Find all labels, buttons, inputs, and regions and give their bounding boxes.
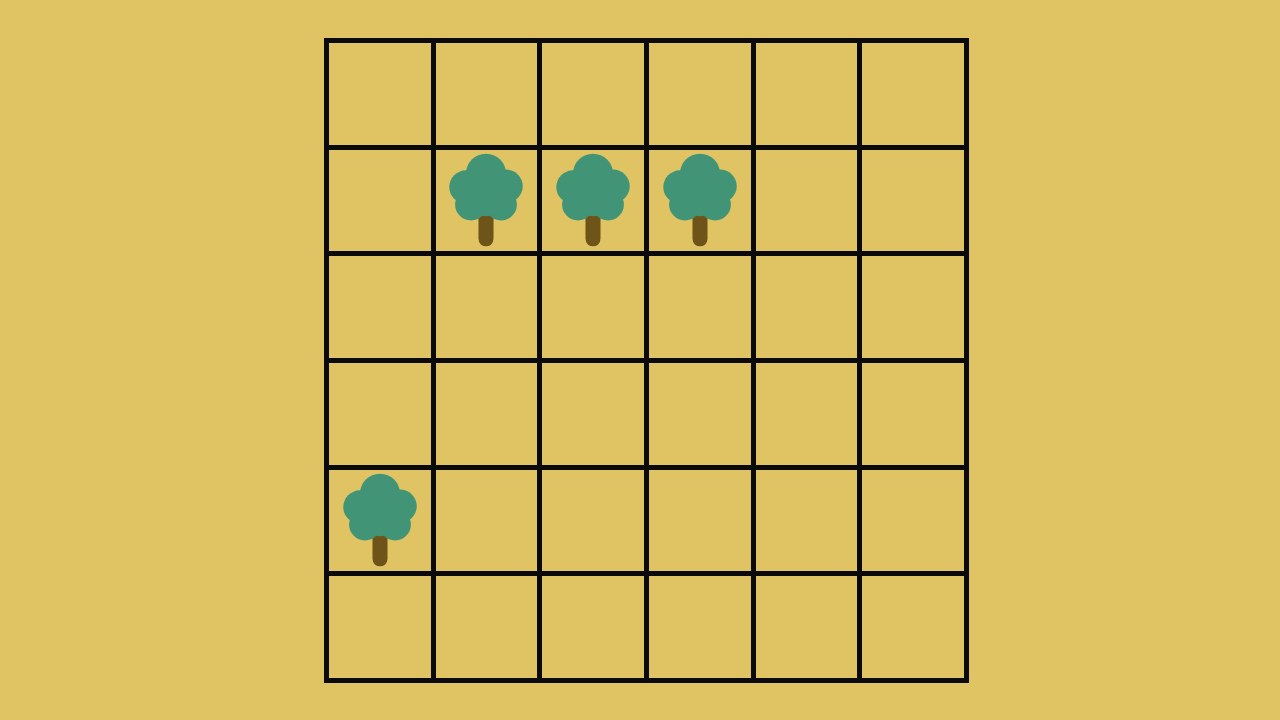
cell-r3c5[interactable] [756,256,858,358]
cell-r4c5[interactable] [756,363,858,465]
cell-r3c2[interactable] [436,256,538,358]
tree-icon [551,152,635,248]
cell-r1c1[interactable] [329,43,431,145]
cell-r3c4[interactable] [649,256,751,358]
cell-r2c6[interactable] [862,150,964,252]
cell-r1c6[interactable] [862,43,964,145]
cell-r3c3[interactable] [542,256,644,358]
cell-r5c2[interactable] [436,470,538,572]
cell-r6c3[interactable] [542,576,644,678]
cell-r6c5[interactable] [756,576,858,678]
cell-r5c6[interactable] [862,470,964,572]
cell-r4c1[interactable] [329,363,431,465]
cell-r1c4[interactable] [649,43,751,145]
game-board [324,38,969,683]
cell-r1c3[interactable] [542,43,644,145]
cell-r2c3[interactable] [542,150,644,252]
cell-r6c1[interactable] [329,576,431,678]
cell-r2c5[interactable] [756,150,858,252]
cell-r4c3[interactable] [542,363,644,465]
cell-r4c4[interactable] [649,363,751,465]
tree-icon [338,472,422,568]
cell-r3c6[interactable] [862,256,964,358]
cell-r4c2[interactable] [436,363,538,465]
cell-r2c4[interactable] [649,150,751,252]
cell-r2c1[interactable] [329,150,431,252]
page-background [0,0,1280,720]
cell-r2c2[interactable] [436,150,538,252]
cell-r5c1[interactable] [329,470,431,572]
cell-r5c4[interactable] [649,470,751,572]
tree-icon [658,152,742,248]
cell-r4c6[interactable] [862,363,964,465]
tree-icon [444,152,528,248]
cell-r3c1[interactable] [329,256,431,358]
cell-r5c5[interactable] [756,470,858,572]
cell-r5c3[interactable] [542,470,644,572]
cell-r6c2[interactable] [436,576,538,678]
cell-r1c5[interactable] [756,43,858,145]
cell-r6c4[interactable] [649,576,751,678]
cell-r6c6[interactable] [862,576,964,678]
cell-r1c2[interactable] [436,43,538,145]
